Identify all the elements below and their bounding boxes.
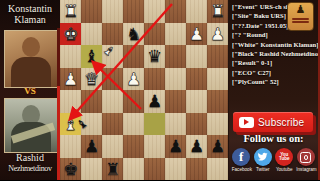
black-player-first-name: Rashid (0, 152, 60, 163)
black-player-photo (4, 98, 58, 153)
channel-logo[interactable]: ♟ (287, 2, 314, 31)
square-a6 (60, 45, 81, 68)
square-a8: ♜ (60, 0, 81, 23)
piece-white-pawn: ♟ (123, 68, 144, 91)
square-b2: ♟ (81, 135, 102, 158)
info-panel: ["Event" URS-ch sf]["Site" Baku URS]["??… (229, 0, 320, 180)
youtube-label: Youtube (275, 166, 294, 173)
social-icons-row: f Facebook Twitter YouTube Youtube (229, 148, 318, 173)
square-c3 (102, 113, 123, 136)
square-e5 (144, 68, 165, 91)
square-b6: ♝ (81, 45, 102, 68)
piece-black-pawn: ♟ (144, 90, 165, 113)
facebook-label: Facebook (232, 166, 251, 173)
piece-black-queen: ♛ (144, 45, 165, 68)
youtube-play-icon (239, 117, 254, 128)
square-d5: ♟ (123, 68, 144, 91)
square-b3 (81, 113, 102, 136)
piece-black-knight: ♞ (123, 23, 144, 46)
white-player-first-name: Konstantin (0, 3, 60, 14)
square-d3 (123, 113, 144, 136)
square-h1 (207, 158, 228, 181)
square-g2: ♟ (186, 135, 207, 158)
youtube-wordmark: YouTube (279, 153, 289, 162)
piece-black-rook: ♜ (102, 158, 123, 181)
square-g4 (186, 90, 207, 113)
piece-black-pawn: ♟ (165, 135, 186, 158)
square-g5 (186, 68, 207, 91)
square-e8 (144, 0, 165, 23)
square-c8 (102, 0, 123, 23)
square-g6 (186, 45, 207, 68)
instagram-camera-icon[interactable] (297, 148, 315, 166)
piece-black-pawn: ♟ (81, 135, 102, 158)
pgn-line: ["White" Konstantin Klaman] (232, 40, 318, 49)
white-player-name: Konstantin Klaman (0, 3, 60, 25)
square-a1: ♚ (60, 158, 81, 181)
twitter-bird-glyph (257, 152, 268, 162)
logo-text-bar (292, 21, 309, 23)
square-a3: ♝ (60, 113, 81, 136)
pgn-line: ["? "Round] (232, 30, 318, 39)
square-f4 (165, 90, 186, 113)
square-e6: ♛ (144, 45, 165, 68)
youtube-icon[interactable]: YouTube (275, 148, 293, 166)
piece-white-pawn: ♟ (186, 23, 207, 46)
square-f7 (165, 23, 186, 46)
logo-text-bar (292, 18, 309, 20)
pgn-line: ["Black" Rashid Nezhmetdinov] (232, 49, 318, 58)
square-g8 (186, 0, 207, 23)
square-c6 (102, 45, 123, 68)
piece-white-bishop: ♝ (60, 113, 81, 136)
play-triangle-icon (244, 119, 249, 125)
square-b1 (81, 158, 102, 181)
square-h3 (207, 113, 228, 136)
square-d8 (123, 0, 144, 23)
photo-body-shape (11, 57, 51, 88)
square-f1 (165, 158, 186, 181)
thumbnail-canvas: Konstantin Klaman VS Rashid Nezhmetdinov… (0, 0, 320, 180)
facebook-icon[interactable]: f (232, 148, 250, 166)
instagram-label: Instagram (296, 166, 315, 173)
piece-white-rook: ♜ (207, 0, 228, 23)
twitter-bird-icon[interactable] (254, 148, 272, 166)
square-b4 (81, 90, 102, 113)
square-c2 (102, 135, 123, 158)
square-d1 (123, 158, 144, 181)
square-g3 (186, 113, 207, 136)
square-b5: ♛ (81, 68, 102, 91)
social-youtube[interactable]: YouTube Youtube (275, 148, 294, 173)
square-a2 (60, 135, 81, 158)
square-c4 (102, 90, 123, 113)
square-a7: ♚ (60, 23, 81, 46)
square-f5 (165, 68, 186, 91)
square-g7: ♟ (186, 23, 207, 46)
square-d2 (123, 135, 144, 158)
piece-white-king: ♚ (60, 23, 81, 46)
square-f2: ♟ (165, 135, 186, 158)
black-player-name: Rashid Nezhmetdinov (0, 152, 60, 174)
square-h4 (207, 90, 228, 113)
square-e3 (144, 113, 165, 136)
camera-glyph (300, 152, 311, 163)
facebook-f-glyph: f (239, 149, 243, 165)
square-e4: ♟ (144, 90, 165, 113)
piece-black-bishop: ♝ (81, 45, 102, 68)
pgn-line: ["PlyCount" 52] (232, 77, 318, 86)
social-instagram[interactable]: Instagram (296, 148, 315, 173)
pgn-line: ["Result" 0-1] (232, 58, 318, 67)
piece-white-pawn: ♟ (207, 23, 228, 46)
chess-board: ♜♜♚♞♟♟♝♛♟♛♟♟♝♟♟♟♟♚♜ (60, 0, 228, 180)
square-a5: ♟ (60, 68, 81, 91)
photo-head-shape (22, 37, 40, 57)
square-d6 (123, 45, 144, 68)
square-h8: ♜ (207, 0, 228, 23)
square-e1 (144, 158, 165, 181)
square-f3 (165, 113, 186, 136)
square-f6 (165, 45, 186, 68)
follow-us-heading: Follow us on: (229, 133, 318, 144)
square-b7 (81, 23, 102, 46)
piece-black-pawn: ♟ (207, 135, 228, 158)
square-g1 (186, 158, 207, 181)
square-b8 (81, 0, 102, 23)
white-player-last-name: Klaman (0, 14, 60, 25)
piece-black-pawn: ♟ (186, 135, 207, 158)
vs-label: VS (0, 86, 60, 96)
pawn-icon: ♟ (288, 3, 313, 17)
square-c7 (102, 23, 123, 46)
piece-black-king: ♚ (60, 158, 81, 181)
pgn-line: ["ECO" C27] (232, 68, 318, 77)
white-player-photo (4, 30, 58, 88)
square-e7 (144, 23, 165, 46)
players-panel: Konstantin Klaman VS Rashid Nezhmetdinov (0, 0, 60, 180)
square-h2: ♟ (207, 135, 228, 158)
piece-white-queen: ♛ (81, 68, 102, 91)
square-d4 (123, 90, 144, 113)
subscribe-button[interactable]: Subscribe (233, 112, 313, 132)
square-d7: ♞ (123, 23, 144, 46)
black-player-last-name: Nezhmetdinov (0, 163, 60, 174)
social-facebook[interactable]: f Facebook (232, 148, 251, 173)
twitter-label: Twitter (253, 166, 272, 173)
piece-white-pawn: ♟ (60, 68, 81, 91)
subscribe-label: Subscribe (258, 117, 304, 128)
square-e2 (144, 135, 165, 158)
square-h6 (207, 45, 228, 68)
square-h7: ♟ (207, 23, 228, 46)
piece-white-rook: ♜ (60, 0, 81, 23)
square-c5 (102, 68, 123, 91)
square-h5 (207, 68, 228, 91)
social-twitter[interactable]: Twitter (253, 148, 272, 173)
square-c1: ♜ (102, 158, 123, 181)
square-f8 (165, 0, 186, 23)
square-a4 (60, 90, 81, 113)
